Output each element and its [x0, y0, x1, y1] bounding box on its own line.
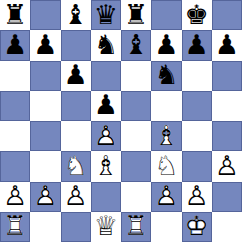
white-pawn-icon: ♟♙	[151, 182, 181, 212]
square-b3[interactable]	[30, 151, 60, 181]
square-e2[interactable]	[121, 182, 151, 212]
white-rook-icon: ♜♖	[0, 212, 30, 242]
square-h8[interactable]	[212, 0, 242, 30]
square-d8[interactable]: ♛	[91, 0, 121, 30]
square-h4[interactable]	[212, 121, 242, 151]
square-c6[interactable]: ♟	[61, 61, 91, 91]
square-d6[interactable]	[91, 61, 121, 91]
square-a7[interactable]: ♟	[0, 30, 30, 60]
black-knight-icon: ♞	[151, 61, 181, 91]
square-c1[interactable]	[61, 212, 91, 242]
black-pawn-icon: ♟	[61, 61, 91, 91]
square-c3[interactable]: ♞♘	[61, 151, 91, 181]
square-f5[interactable]	[151, 91, 181, 121]
square-c7[interactable]	[61, 30, 91, 60]
square-b5[interactable]	[30, 91, 60, 121]
black-knight-icon: ♞	[91, 30, 121, 60]
black-pawn-icon: ♟	[30, 30, 60, 60]
square-a6[interactable]	[0, 61, 30, 91]
square-e7[interactable]: ♝	[121, 30, 151, 60]
white-rook-icon: ♜♖	[121, 212, 151, 242]
square-h2[interactable]	[212, 182, 242, 212]
white-queen-icon: ♛♕	[91, 212, 121, 242]
square-a5[interactable]	[0, 91, 30, 121]
white-pawn-icon: ♟♙	[30, 182, 60, 212]
square-d7[interactable]: ♞	[91, 30, 121, 60]
white-king-icon: ♚♔	[182, 212, 212, 242]
square-b1[interactable]	[30, 212, 60, 242]
black-pawn-icon: ♟	[212, 30, 242, 60]
black-rook-icon: ♜	[0, 0, 30, 30]
square-f8[interactable]	[151, 0, 181, 30]
white-bishop-icon: ♝♗	[151, 121, 181, 151]
square-h3[interactable]: ♟♙	[212, 151, 242, 181]
square-f6[interactable]: ♞	[151, 61, 181, 91]
white-pawn-icon: ♟♙	[212, 151, 242, 181]
black-bishop-icon: ♝	[121, 30, 151, 60]
white-pawn-icon: ♟♙	[91, 121, 121, 151]
black-pawn-icon: ♟	[151, 30, 181, 60]
square-a4[interactable]	[0, 121, 30, 151]
square-e3[interactable]	[121, 151, 151, 181]
square-c8[interactable]: ♝	[61, 0, 91, 30]
square-a3[interactable]	[0, 151, 30, 181]
square-d2[interactable]	[91, 182, 121, 212]
square-g3[interactable]	[182, 151, 212, 181]
chess-board: ♜♝♛♜♚♟♟♞♝♟♟♟♟♞♟♟♙♝♗♞♘♝♗♞♘♟♙♟♙♟♙♟♙♟♙♟♙♜♖♛…	[0, 0, 242, 242]
square-c2[interactable]: ♟♙	[61, 182, 91, 212]
square-a8[interactable]: ♜	[0, 0, 30, 30]
square-c4[interactable]	[61, 121, 91, 151]
square-h6[interactable]	[212, 61, 242, 91]
square-b8[interactable]	[30, 0, 60, 30]
black-bishop-icon: ♝	[61, 0, 91, 30]
white-knight-icon: ♞♘	[151, 151, 181, 181]
square-b6[interactable]	[30, 61, 60, 91]
square-f1[interactable]	[151, 212, 181, 242]
square-h1[interactable]	[212, 212, 242, 242]
square-d1[interactable]: ♛♕	[91, 212, 121, 242]
black-rook-icon: ♜	[121, 0, 151, 30]
square-a1[interactable]: ♜♖	[0, 212, 30, 242]
square-b7[interactable]: ♟	[30, 30, 60, 60]
square-h5[interactable]	[212, 91, 242, 121]
square-g6[interactable]	[182, 61, 212, 91]
square-g7[interactable]: ♟	[182, 30, 212, 60]
square-b4[interactable]	[30, 121, 60, 151]
square-g2[interactable]: ♟♙	[182, 182, 212, 212]
square-e8[interactable]: ♜	[121, 0, 151, 30]
square-f2[interactable]: ♟♙	[151, 182, 181, 212]
square-e4[interactable]	[121, 121, 151, 151]
black-pawn-icon: ♟	[91, 91, 121, 121]
black-queen-icon: ♛	[91, 0, 121, 30]
square-b2[interactable]: ♟♙	[30, 182, 60, 212]
square-e5[interactable]	[121, 91, 151, 121]
square-f3[interactable]: ♞♘	[151, 151, 181, 181]
square-d4[interactable]: ♟♙	[91, 121, 121, 151]
square-c5[interactable]	[61, 91, 91, 121]
square-a2[interactable]: ♟♙	[0, 182, 30, 212]
square-d3[interactable]: ♝♗	[91, 151, 121, 181]
black-pawn-icon: ♟	[0, 30, 30, 60]
white-knight-icon: ♞♘	[61, 151, 91, 181]
white-pawn-icon: ♟♙	[61, 182, 91, 212]
square-f7[interactable]: ♟	[151, 30, 181, 60]
black-pawn-icon: ♟	[182, 30, 212, 60]
square-g5[interactable]	[182, 91, 212, 121]
square-g8[interactable]: ♚	[182, 0, 212, 30]
square-e1[interactable]: ♜♖	[121, 212, 151, 242]
white-bishop-icon: ♝♗	[91, 151, 121, 181]
square-f4[interactable]: ♝♗	[151, 121, 181, 151]
square-h7[interactable]: ♟	[212, 30, 242, 60]
square-g1[interactable]: ♚♔	[182, 212, 212, 242]
square-d5[interactable]: ♟	[91, 91, 121, 121]
white-pawn-icon: ♟♙	[182, 182, 212, 212]
white-pawn-icon: ♟♙	[0, 182, 30, 212]
square-g4[interactable]	[182, 121, 212, 151]
square-e6[interactable]	[121, 61, 151, 91]
black-king-icon: ♚	[182, 0, 212, 30]
